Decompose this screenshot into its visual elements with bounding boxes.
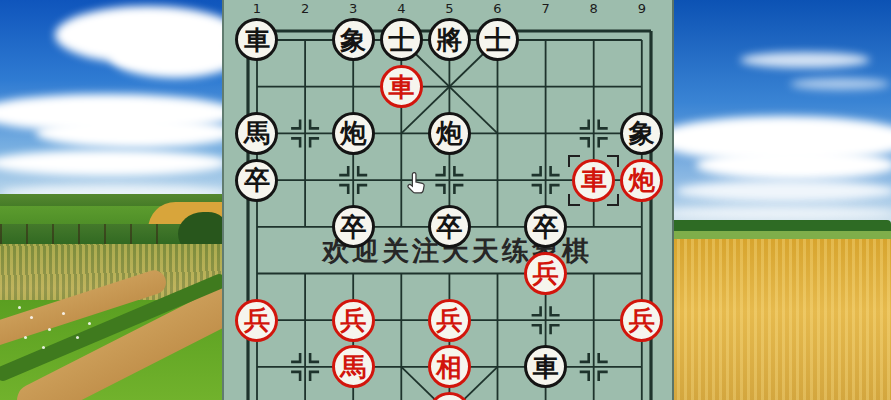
last-move-bracket (607, 155, 619, 167)
piece-glyph: 士 (484, 27, 510, 53)
cloud (790, 78, 890, 90)
piece-red-soldier[interactable]: 兵 (332, 299, 375, 342)
piece-black-advisor[interactable]: 士 (476, 18, 519, 61)
piece-black-horse[interactable]: 馬 (235, 112, 278, 155)
column-label: 6 (493, 1, 501, 16)
piece-black-cannon[interactable]: 炮 (332, 112, 375, 155)
piece-glyph: 卒 (244, 167, 270, 193)
piece-glyph: 卒 (533, 214, 559, 240)
background-landscape-right (670, 0, 891, 400)
hand-cursor-icon (404, 172, 426, 196)
piece-glyph: 馬 (340, 354, 366, 380)
piece-glyph: 車 (581, 167, 607, 193)
piece-glyph: 兵 (436, 307, 462, 333)
piece-black-general[interactable]: 將 (428, 18, 471, 61)
wildflowers (18, 306, 21, 309)
background-landscape-left (0, 0, 222, 400)
piece-glyph: 將 (436, 27, 462, 53)
cloud (36, 118, 222, 148)
piece-red-cannon[interactable]: 炮 (620, 159, 663, 202)
piece-red-soldier[interactable]: 兵 (524, 252, 567, 295)
column-label: 3 (349, 1, 357, 16)
piece-glyph: 炮 (340, 120, 366, 146)
piece-glyph: 炮 (436, 120, 462, 146)
last-move-bracket (607, 194, 619, 206)
piece-black-chariot[interactable]: 車 (524, 345, 567, 388)
last-move-bracket (568, 194, 580, 206)
piece-black-chariot[interactable]: 車 (235, 18, 278, 61)
piece-red-chariot[interactable]: 車 (380, 65, 423, 108)
cloud (670, 206, 891, 220)
piece-black-soldier[interactable]: 卒 (428, 205, 471, 248)
piece-black-soldier[interactable]: 卒 (235, 159, 278, 202)
piece-glyph: 士 (388, 27, 414, 53)
piece-glyph: 兵 (244, 307, 270, 333)
piece-black-cannon[interactable]: 炮 (428, 112, 471, 155)
piece-glyph: 兵 (533, 260, 559, 286)
piece-red-soldier[interactable]: 兵 (620, 299, 663, 342)
cloud (676, 180, 891, 202)
column-label: 8 (590, 1, 598, 16)
wheat-field (670, 239, 891, 400)
piece-red-elephant[interactable]: 相 (428, 345, 471, 388)
screenshot: 123456789 欢迎关注天天练象棋 車象士將士車馬炮炮象卒車炮卒卒卒兵兵兵兵… (0, 0, 891, 400)
piece-glyph: 兵 (340, 307, 366, 333)
piece-red-soldier[interactable]: 兵 (235, 299, 278, 342)
column-label: 5 (445, 1, 453, 16)
xiangqi-board[interactable]: 123456789 欢迎关注天天练象棋 車象士將士車馬炮炮象卒車炮卒卒卒兵兵兵兵… (222, 0, 674, 400)
column-label: 4 (397, 1, 405, 16)
column-label: 7 (541, 1, 549, 16)
piece-glyph: 卒 (436, 214, 462, 240)
column-label: 2 (301, 1, 309, 16)
piece-glyph: 馬 (244, 120, 270, 146)
cloud (740, 52, 870, 68)
piece-glyph: 車 (244, 27, 270, 53)
piece-glyph: 車 (388, 74, 414, 100)
piece-glyph: 卒 (340, 214, 366, 240)
piece-glyph: 兵 (629, 307, 655, 333)
piece-black-advisor[interactable]: 士 (380, 18, 423, 61)
piece-red-unknown-partial[interactable] (428, 392, 471, 400)
piece-black-elephant[interactable]: 象 (332, 18, 375, 61)
pieces-layer: 車象士將士車馬炮炮象卒車炮卒卒卒兵兵兵兵兵馬相車 (233, 17, 666, 400)
piece-glyph: 相 (436, 354, 462, 380)
piece-red-chariot[interactable]: 車 (572, 159, 615, 202)
column-label: 1 (253, 1, 261, 16)
piece-glyph: 炮 (629, 167, 655, 193)
last-move-bracket (568, 155, 580, 167)
piece-red-soldier[interactable]: 兵 (428, 299, 471, 342)
piece-glyph: 象 (629, 120, 655, 146)
cloud (696, 150, 891, 180)
piece-black-soldier[interactable]: 卒 (332, 205, 375, 248)
piece-red-horse[interactable]: 馬 (332, 345, 375, 388)
piece-black-soldier[interactable]: 卒 (524, 205, 567, 248)
cloud (0, 150, 222, 176)
column-label: 9 (638, 1, 646, 16)
piece-black-elephant[interactable]: 象 (620, 112, 663, 155)
piece-glyph: 象 (340, 27, 366, 53)
piece-glyph: 車 (533, 354, 559, 380)
